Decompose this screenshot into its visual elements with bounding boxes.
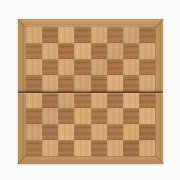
- square-h8: [139, 27, 155, 43]
- square-f2: [107, 124, 123, 140]
- square-e5: [91, 75, 107, 91]
- square-a2: [26, 124, 42, 140]
- square-c8: [58, 27, 74, 43]
- square-c1: [58, 140, 74, 156]
- square-d6: [74, 59, 90, 75]
- square-e8: [91, 27, 107, 43]
- square-c2: [58, 124, 74, 140]
- square-b3: [42, 108, 58, 124]
- square-f7: [107, 43, 123, 59]
- square-b4: [42, 92, 58, 108]
- square-f6: [107, 59, 123, 75]
- square-g5: [123, 75, 139, 91]
- square-g8: [123, 27, 139, 43]
- square-f1: [107, 140, 123, 156]
- square-d2: [74, 124, 90, 140]
- square-f4: [107, 92, 123, 108]
- square-d5: [74, 75, 90, 91]
- square-h3: [139, 108, 155, 124]
- square-d4: [74, 92, 90, 108]
- square-h5: [139, 75, 155, 91]
- board-frame-bottom: [18, 156, 163, 164]
- square-a4: [26, 92, 42, 108]
- square-e2: [91, 124, 107, 140]
- square-b7: [42, 43, 58, 59]
- square-d7: [74, 43, 90, 59]
- square-f5: [107, 75, 123, 91]
- square-g1: [123, 140, 139, 156]
- square-h6: [139, 59, 155, 75]
- square-e1: [91, 140, 107, 156]
- square-f3: [107, 108, 123, 124]
- square-g4: [123, 92, 139, 108]
- square-e7: [91, 43, 107, 59]
- square-c5: [58, 75, 74, 91]
- square-g3: [123, 108, 139, 124]
- square-b2: [42, 124, 58, 140]
- square-f8: [107, 27, 123, 43]
- square-b8: [42, 27, 58, 43]
- square-g2: [123, 124, 139, 140]
- square-d8: [74, 27, 90, 43]
- square-h1: [139, 140, 155, 156]
- square-c7: [58, 43, 74, 59]
- board-frame-right: [155, 19, 163, 164]
- square-d3: [74, 108, 90, 124]
- square-a5: [26, 75, 42, 91]
- square-c3: [58, 108, 74, 124]
- square-h2: [139, 124, 155, 140]
- square-a6: [26, 59, 42, 75]
- square-d1: [74, 140, 90, 156]
- square-c4: [58, 92, 74, 108]
- square-e3: [91, 108, 107, 124]
- square-a1: [26, 140, 42, 156]
- square-c6: [58, 59, 74, 75]
- square-b6: [42, 59, 58, 75]
- square-b1: [42, 140, 58, 156]
- board-frame-top: [18, 19, 163, 27]
- playing-area: [26, 27, 155, 156]
- square-h7: [139, 43, 155, 59]
- square-e6: [91, 59, 107, 75]
- chessboard: [18, 19, 163, 164]
- square-a3: [26, 108, 42, 124]
- board-frame-left: [18, 19, 26, 164]
- square-e4: [91, 92, 107, 108]
- square-g7: [123, 43, 139, 59]
- square-a7: [26, 43, 42, 59]
- square-g6: [123, 59, 139, 75]
- square-h4: [139, 92, 155, 108]
- square-a8: [26, 27, 42, 43]
- square-b5: [42, 75, 58, 91]
